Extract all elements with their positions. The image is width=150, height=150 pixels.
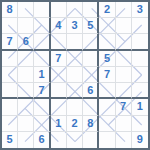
sudoku-cell-r5c2[interactable] <box>18 67 34 83</box>
sudoku-cell-r4c5[interactable] <box>67 51 83 67</box>
sudoku-cell-r8c9[interactable] <box>132 116 148 132</box>
sudoku-cell-r1c6[interactable] <box>83 2 99 18</box>
sudoku-cell-r4c2[interactable] <box>18 51 34 67</box>
sudoku-cell-r2c6[interactable]: 5 <box>83 18 99 34</box>
sudoku-cell-r5c1[interactable] <box>2 67 18 83</box>
sudoku-cell-r7c7[interactable] <box>99 99 115 115</box>
argyle-sudoku-app: 8234357675177671128569 <box>0 0 150 150</box>
sudoku-cell-r3c4[interactable] <box>51 34 67 50</box>
sudoku-cell-r9c9[interactable]: 9 <box>132 132 148 148</box>
sudoku-cell-r4c1[interactable] <box>2 51 18 67</box>
sudoku-cell-r6c3[interactable]: 7 <box>34 83 50 99</box>
sudoku-cell-r8c3[interactable] <box>34 116 50 132</box>
sudoku-cell-r1c9[interactable]: 3 <box>132 2 148 18</box>
sudoku-cell-r5c5[interactable] <box>67 67 83 83</box>
sudoku-cell-r5c8[interactable] <box>116 67 132 83</box>
sudoku-cell-r9c6[interactable] <box>83 132 99 148</box>
sudoku-cell-r4c8[interactable] <box>116 51 132 67</box>
sudoku-cell-r5c9[interactable] <box>132 67 148 83</box>
sudoku-cell-r5c6[interactable] <box>83 67 99 83</box>
sudoku-cell-r5c4[interactable] <box>51 67 67 83</box>
sudoku-cell-r7c3[interactable] <box>34 99 50 115</box>
sudoku-cell-r2c2[interactable] <box>18 18 34 34</box>
sudoku-cell-r2c1[interactable] <box>2 18 18 34</box>
sudoku-cell-r1c5[interactable] <box>67 2 83 18</box>
sudoku-cell-r9c8[interactable] <box>116 132 132 148</box>
sudoku-cell-r3c9[interactable] <box>132 34 148 50</box>
sudoku-cell-r7c5[interactable] <box>67 99 83 115</box>
sudoku-board: 8234357675177671128569 <box>0 0 150 150</box>
sudoku-cell-r3c5[interactable] <box>67 34 83 50</box>
sudoku-cell-r4c6[interactable] <box>83 51 99 67</box>
sudoku-cell-r1c7[interactable]: 2 <box>99 2 115 18</box>
sudoku-cell-r9c3[interactable]: 6 <box>34 132 50 148</box>
sudoku-cell-r5c3[interactable]: 1 <box>34 67 50 83</box>
sudoku-cell-r7c8[interactable]: 7 <box>116 99 132 115</box>
sudoku-cell-r3c2[interactable]: 6 <box>18 34 34 50</box>
sudoku-cell-r2c4[interactable]: 4 <box>51 18 67 34</box>
sudoku-cell-r6c4[interactable] <box>51 83 67 99</box>
sudoku-cell-r7c9[interactable]: 1 <box>132 99 148 115</box>
sudoku-cell-r4c3[interactable] <box>34 51 50 67</box>
sudoku-cell-r9c1[interactable]: 5 <box>2 132 18 148</box>
sudoku-cell-r6c6[interactable]: 6 <box>83 83 99 99</box>
sudoku-cell-r7c4[interactable] <box>51 99 67 115</box>
sudoku-cell-r6c8[interactable] <box>116 83 132 99</box>
sudoku-cell-r8c1[interactable] <box>2 116 18 132</box>
sudoku-cell-r2c9[interactable] <box>132 18 148 34</box>
sudoku-cell-r8c8[interactable] <box>116 116 132 132</box>
sudoku-cell-r4c9[interactable] <box>132 51 148 67</box>
sudoku-cell-r1c4[interactable] <box>51 2 67 18</box>
sudoku-cell-r5c7[interactable]: 7 <box>99 67 115 83</box>
sudoku-cell-r1c3[interactable] <box>34 2 50 18</box>
sudoku-cell-r4c4[interactable]: 7 <box>51 51 67 67</box>
sudoku-cell-r4c7[interactable]: 5 <box>99 51 115 67</box>
sudoku-cell-r8c4[interactable]: 1 <box>51 116 67 132</box>
sudoku-cell-r1c1[interactable]: 8 <box>2 2 18 18</box>
sudoku-cell-r6c7[interactable] <box>99 83 115 99</box>
sudoku-cell-r2c8[interactable] <box>116 18 132 34</box>
sudoku-cell-r8c6[interactable]: 8 <box>83 116 99 132</box>
sudoku-cell-r1c8[interactable] <box>116 2 132 18</box>
sudoku-cell-r8c5[interactable]: 2 <box>67 116 83 132</box>
sudoku-cell-r8c7[interactable] <box>99 116 115 132</box>
sudoku-cell-r6c2[interactable] <box>18 83 34 99</box>
sudoku-cell-r3c6[interactable] <box>83 34 99 50</box>
sudoku-cell-r8c2[interactable] <box>18 116 34 132</box>
sudoku-cell-r3c8[interactable] <box>116 34 132 50</box>
sudoku-cell-r6c5[interactable] <box>67 83 83 99</box>
sudoku-cell-r3c3[interactable] <box>34 34 50 50</box>
sudoku-cell-r6c1[interactable] <box>2 83 18 99</box>
sudoku-cell-r2c3[interactable] <box>34 18 50 34</box>
sudoku-cell-r9c4[interactable] <box>51 132 67 148</box>
sudoku-cell-r9c2[interactable] <box>18 132 34 148</box>
sudoku-cell-r3c7[interactable] <box>99 34 115 50</box>
sudoku-cell-r9c7[interactable] <box>99 132 115 148</box>
sudoku-cell-r2c5[interactable]: 3 <box>67 18 83 34</box>
sudoku-cell-r6c9[interactable] <box>132 83 148 99</box>
sudoku-cell-r7c2[interactable] <box>18 99 34 115</box>
sudoku-cell-r2c7[interactable] <box>99 18 115 34</box>
sudoku-cell-r7c1[interactable] <box>2 99 18 115</box>
sudoku-cell-r3c1[interactable]: 7 <box>2 34 18 50</box>
sudoku-cell-r1c2[interactable] <box>18 2 34 18</box>
sudoku-cell-r9c5[interactable] <box>67 132 83 148</box>
sudoku-cell-r7c6[interactable] <box>83 99 99 115</box>
